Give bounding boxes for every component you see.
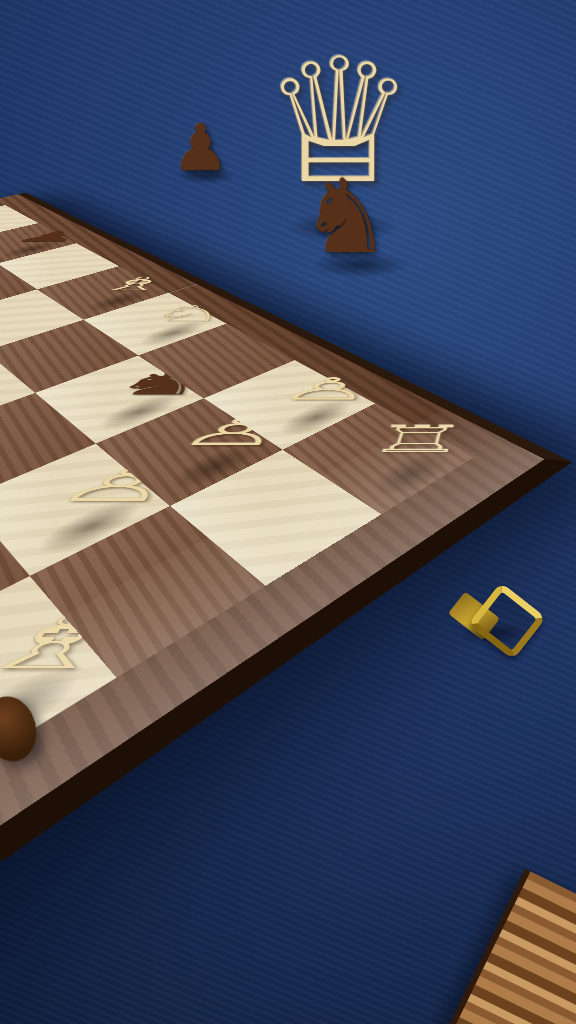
piece-white-pawn-h2[interactable]: ♙ <box>273 375 380 404</box>
piece-white-knight-h4[interactable]: ♘ <box>141 303 238 323</box>
knight-shadow <box>312 252 408 278</box>
piece-white-rook-h1[interactable]: ♖ <box>361 422 473 458</box>
piece-black-pawn-h7[interactable]: ♟ <box>7 230 91 243</box>
brass-latch-icon <box>448 588 538 658</box>
chess-photo-scene: ♟♗♘♞♙♙♙♗♖ ♕ ♞ ♟ <box>0 0 576 1024</box>
piece-white-bishop-h5[interactable]: ♗ <box>89 275 181 293</box>
latch-ring <box>468 582 547 660</box>
rim-pawn-shadow <box>178 168 236 184</box>
